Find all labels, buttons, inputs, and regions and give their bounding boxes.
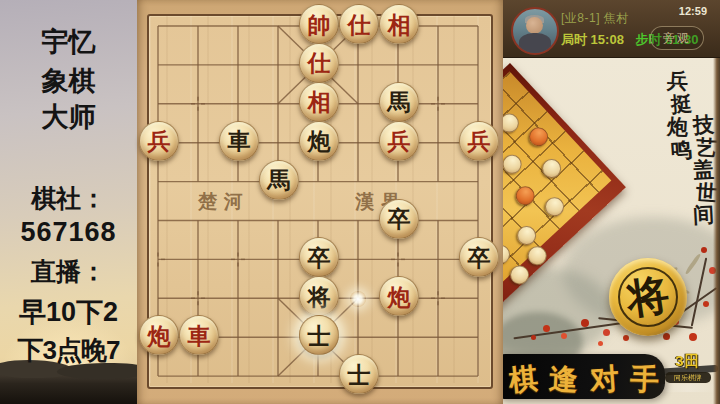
xiangqi-live-screen: 宇忆 象棋 大师 棋社： 567168 直播： 早10下2 下3点晚7 楚河 漢… xyxy=(0,0,720,404)
piece-black-馬[interactable]: 馬 xyxy=(379,82,419,122)
piece-red-炮[interactable]: 炮 xyxy=(139,315,179,355)
plum-blossom xyxy=(603,329,610,336)
avatar-head xyxy=(526,17,543,34)
banner-char: 对 xyxy=(588,359,620,401)
watermark-pill: 同乐棋牌 xyxy=(665,372,711,383)
watermark-faint-line xyxy=(660,384,716,392)
avatar-body xyxy=(519,33,551,53)
watermark-top: 3田 xyxy=(660,352,716,371)
banner-text: 棋逢对手 xyxy=(509,360,659,400)
system-clock: 12:59 xyxy=(679,5,707,17)
plum-blossom xyxy=(543,325,550,332)
landscape-silhouette xyxy=(0,370,137,404)
piece-red-仕[interactable]: 仕 xyxy=(299,43,339,83)
opponent-name: [业8-1] 焦村 xyxy=(561,10,629,27)
piece-red-兵[interactable]: 兵 xyxy=(379,121,419,161)
plum-blossom xyxy=(689,333,697,341)
piece-red-相[interactable]: 相 xyxy=(379,4,419,44)
club-number: 567168 xyxy=(0,217,137,248)
decor-panel: 兵挺炮鸣 技艺盖世间 将 棋逢对手 3田 同乐棋牌 xyxy=(503,57,720,404)
live-label: 直播： xyxy=(0,255,137,288)
calligraphy-char: 鸣 xyxy=(670,135,693,164)
piece-red-相[interactable]: 相 xyxy=(299,82,339,122)
calligraphy-char: 间 xyxy=(692,200,714,229)
piece-red-車[interactable]: 車 xyxy=(179,315,219,355)
xiangqi-board[interactable]: 楚河 漢界 帥仕相仕相馬兵車炮兵兵馬卒卒卒将炮炮車士士 xyxy=(137,0,503,404)
piece-black-馬[interactable]: 馬 xyxy=(259,160,299,200)
plum-blossom xyxy=(701,247,707,253)
plum-blossom xyxy=(623,335,629,341)
piece-black-士[interactable]: 士 xyxy=(299,315,339,355)
streamer-title-line3: 大师 xyxy=(0,99,137,135)
opponent-bar: [业8-1] 焦村 局时 15:08 步时 01:30 12:59 旁观 xyxy=(503,0,720,58)
jiang-piece-art: 将 xyxy=(609,258,687,336)
plum-blossom xyxy=(581,319,589,327)
plum-blossom xyxy=(598,341,603,346)
streamer-title-line2: 象棋 xyxy=(0,63,137,99)
opponent-avatar[interactable] xyxy=(511,7,559,55)
streamer-sidebar: 宇忆 象棋 大师 棋社： 567168 直播： 早10下2 下3点晚7 xyxy=(0,0,137,404)
piece-black-車[interactable]: 車 xyxy=(219,121,259,161)
schedule-line2: 下3点晚7 xyxy=(0,333,137,368)
banner-char: 棋 xyxy=(507,359,540,402)
right-edge-wood xyxy=(713,57,720,404)
right-panel: 兵挺炮鸣 技艺盖世间 将 棋逢对手 3田 同乐棋牌 [业 xyxy=(503,0,720,404)
board-grid[interactable]: 楚河 漢界 帥仕相仕相馬兵車炮兵兵馬卒卒卒将炮炮車士士 xyxy=(158,26,478,376)
banner-char: 逢 xyxy=(548,359,579,400)
piece-black-卒[interactable]: 卒 xyxy=(379,199,419,239)
game-time: 局时 15:08 xyxy=(561,32,624,47)
banner-char: 手 xyxy=(629,360,659,401)
piece-black-卒[interactable]: 卒 xyxy=(459,237,499,277)
piece-red-兵[interactable]: 兵 xyxy=(459,121,499,161)
jiang-character: 将 xyxy=(623,266,672,327)
watermark-logo: 3田 同乐棋牌 xyxy=(660,352,716,392)
river-label-chu: 楚河 xyxy=(198,189,250,215)
club-label: 棋社： xyxy=(0,182,137,215)
plum-blossom xyxy=(663,333,670,340)
piece-red-帥[interactable]: 帥 xyxy=(299,4,339,44)
streamer-title-line1: 宇忆 xyxy=(0,24,137,60)
plum-blossom xyxy=(531,335,536,340)
piece-black-士[interactable]: 士 xyxy=(339,354,379,394)
plum-blossom xyxy=(561,333,567,339)
spectate-button[interactable]: 旁观 xyxy=(650,26,704,50)
plum-blossom xyxy=(703,301,709,307)
schedule-line1: 早10下2 xyxy=(0,294,137,330)
piece-red-兵[interactable]: 兵 xyxy=(139,121,179,161)
piece-black-炮[interactable]: 炮 xyxy=(299,121,339,161)
piece-red-仕[interactable]: 仕 xyxy=(339,4,379,44)
